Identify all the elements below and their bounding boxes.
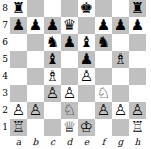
square-g1[interactable]: [112, 119, 129, 136]
piece-black-knight-c6[interactable]: ♞: [46, 34, 59, 51]
file-label-c: c: [44, 136, 61, 149]
square-d7[interactable]: ♛: [61, 17, 78, 34]
square-h1[interactable]: ♖: [129, 119, 146, 136]
square-c4[interactable]: ♗: [44, 68, 61, 85]
square-e4[interactable]: ♙: [78, 68, 95, 85]
piece-white-pawn-b2[interactable]: ♙: [29, 102, 42, 119]
square-b7[interactable]: ♟: [27, 17, 44, 34]
file-label-a: a: [10, 136, 27, 149]
file-label-f: f: [95, 136, 112, 149]
square-e7[interactable]: [78, 17, 95, 34]
square-f6[interactable]: ♞: [95, 34, 112, 51]
square-f4[interactable]: [95, 68, 112, 85]
square-e8[interactable]: ♚: [78, 0, 95, 17]
square-d4[interactable]: [61, 68, 78, 85]
square-f2[interactable]: ♙: [95, 102, 112, 119]
piece-black-pawn-g7[interactable]: ♟: [114, 17, 127, 34]
piece-black-knight-f6[interactable]: ♞: [97, 34, 110, 51]
piece-white-pawn-f2[interactable]: ♙: [97, 102, 110, 119]
square-a8[interactable]: ♜: [10, 0, 27, 17]
piece-white-pawn-a2[interactable]: ♙: [12, 102, 25, 119]
piece-black-bishop-c5[interactable]: ♝: [46, 51, 59, 68]
piece-white-rook-h1[interactable]: ♖: [131, 119, 144, 136]
square-a2[interactable]: ♙: [10, 102, 27, 119]
square-d3[interactable]: ♙: [61, 85, 78, 102]
square-c2[interactable]: [44, 102, 61, 119]
square-h2[interactable]: ♙: [129, 102, 146, 119]
piece-white-rook-a1[interactable]: ♖: [12, 119, 25, 136]
square-b5[interactable]: [27, 51, 44, 68]
file-label-h: h: [129, 136, 146, 149]
file-label-e: e: [78, 136, 95, 149]
square-d2[interactable]: ♘: [61, 102, 78, 119]
rank-label-6: 6: [0, 34, 10, 51]
square-g2[interactable]: ♙: [112, 102, 129, 119]
piece-white-king-e1[interactable]: ♔: [80, 119, 93, 136]
square-a7[interactable]: ♟: [10, 17, 27, 34]
rank-label-5: 5: [0, 51, 10, 68]
rank-label-8: 8: [0, 0, 10, 17]
square-g4[interactable]: [112, 68, 129, 85]
square-c7[interactable]: ♟: [44, 17, 61, 34]
square-c3[interactable]: ♙: [44, 85, 61, 102]
square-e1[interactable]: ♔: [78, 119, 95, 136]
square-b4[interactable]: [27, 68, 44, 85]
square-b2[interactable]: ♙: [27, 102, 44, 119]
square-g8[interactable]: [112, 0, 129, 17]
square-d6[interactable]: ♟: [61, 34, 78, 51]
square-b6[interactable]: [27, 34, 44, 51]
square-a4[interactable]: [10, 68, 27, 85]
piece-white-pawn-h2[interactable]: ♙: [131, 102, 144, 119]
square-e3[interactable]: [78, 85, 95, 102]
file-label-d: d: [61, 136, 78, 149]
square-f5[interactable]: [95, 51, 112, 68]
square-a5[interactable]: [10, 51, 27, 68]
square-c5[interactable]: ♝: [44, 51, 61, 68]
square-f7[interactable]: ♟: [95, 17, 112, 34]
piece-black-pawn-c7[interactable]: ♟: [46, 17, 59, 34]
square-f3[interactable]: ♘: [95, 85, 112, 102]
piece-black-bishop-e6[interactable]: ♝: [80, 34, 93, 51]
square-d8[interactable]: [61, 0, 78, 17]
square-c6[interactable]: ♞: [44, 34, 61, 51]
square-g6[interactable]: [112, 34, 129, 51]
square-e5[interactable]: ♟: [78, 51, 95, 68]
piece-white-pawn-e4[interactable]: ♙: [80, 68, 93, 85]
square-a1[interactable]: ♖: [10, 119, 27, 136]
piece-black-rook-h8[interactable]: ♜: [131, 0, 144, 17]
square-h3[interactable]: [129, 85, 146, 102]
piece-black-pawn-e5[interactable]: ♟: [80, 51, 93, 68]
piece-black-pawn-f7[interactable]: ♟: [97, 17, 110, 34]
rank-label-2: 2: [0, 102, 10, 119]
square-c1[interactable]: [44, 119, 61, 136]
square-e6[interactable]: ♝: [78, 34, 95, 51]
square-d1[interactable]: ♕: [61, 119, 78, 136]
piece-black-king-e8[interactable]: ♚: [80, 0, 93, 17]
piece-white-pawn-g2[interactable]: ♙: [114, 102, 127, 119]
piece-black-queen-d7[interactable]: ♛: [63, 17, 76, 34]
square-e2[interactable]: [78, 102, 95, 119]
square-g7[interactable]: ♟: [112, 17, 129, 34]
piece-black-pawn-h7[interactable]: ♟: [131, 17, 144, 34]
piece-black-pawn-a7[interactable]: ♟: [12, 17, 25, 34]
chess-board: 8♜♚♜7♟♟♟♛♟♟♟6♞♟♝♞5♝♟♗4♗♙3♙♙♘2♙♙♘♙♙♙1♖♕♔♖…: [0, 0, 146, 149]
square-a6[interactable]: [10, 34, 27, 51]
piece-white-knight-f3[interactable]: ♘: [97, 85, 110, 102]
square-h7[interactable]: ♟: [129, 17, 146, 34]
square-h8[interactable]: ♜: [129, 0, 146, 17]
rank-label-1: 1: [0, 119, 10, 136]
board-corner-spacer: [0, 136, 10, 149]
piece-white-knight-d2[interactable]: ♘: [63, 102, 76, 119]
square-h4[interactable]: [129, 68, 146, 85]
square-h5[interactable]: [129, 51, 146, 68]
square-f8[interactable]: [95, 0, 112, 17]
square-d5[interactable]: [61, 51, 78, 68]
piece-white-pawn-d3[interactable]: ♙: [63, 85, 76, 102]
square-g5[interactable]: ♗: [112, 51, 129, 68]
square-b3[interactable]: [27, 85, 44, 102]
rank-label-7: 7: [0, 17, 10, 34]
piece-white-bishop-c4[interactable]: ♗: [46, 68, 59, 85]
rank-label-3: 3: [0, 85, 10, 102]
square-a3[interactable]: [10, 85, 27, 102]
piece-black-pawn-b7[interactable]: ♟: [29, 17, 42, 34]
piece-black-rook-a8[interactable]: ♜: [12, 0, 25, 17]
square-f1[interactable]: [95, 119, 112, 136]
square-c8[interactable]: [44, 0, 61, 17]
square-b1[interactable]: [27, 119, 44, 136]
rank-label-4: 4: [0, 68, 10, 85]
piece-white-pawn-c3[interactable]: ♙: [46, 85, 59, 102]
piece-white-bishop-g5[interactable]: ♗: [114, 51, 127, 68]
square-b8[interactable]: [27, 0, 44, 17]
square-g3[interactable]: [112, 85, 129, 102]
square-h6[interactable]: [129, 34, 146, 51]
chess-board-diagram: 8♜♚♜7♟♟♟♛♟♟♟6♞♟♝♞5♝♟♗4♗♙3♙♙♘2♙♙♘♙♙♙1♖♕♔♖…: [0, 0, 151, 149]
file-label-b: b: [27, 136, 44, 149]
file-label-g: g: [112, 136, 129, 149]
piece-white-queen-d1[interactable]: ♕: [63, 119, 76, 136]
piece-black-pawn-d6[interactable]: ♟: [63, 34, 76, 51]
